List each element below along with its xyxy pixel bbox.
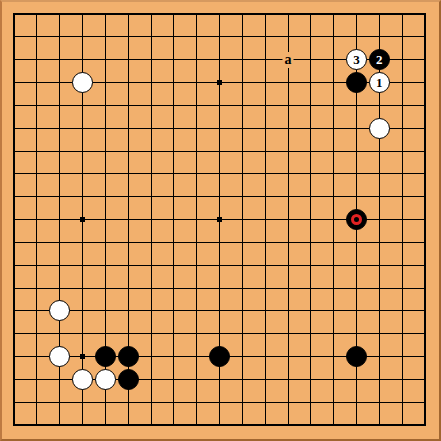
grid-hline — [13, 424, 426, 426]
move-number: 2 — [376, 53, 383, 66]
grid-vline — [310, 13, 311, 426]
white-stone[interactable]: 1 — [369, 72, 390, 93]
go-board[interactable]: 321 a — [0, 0, 441, 441]
black-stone[interactable] — [118, 369, 139, 390]
white-stone[interactable] — [369, 118, 390, 139]
black-stone[interactable] — [95, 346, 116, 367]
grid-hline — [13, 333, 426, 334]
white-stone[interactable] — [72, 72, 93, 93]
white-stone[interactable] — [49, 346, 70, 367]
star-point — [217, 217, 222, 222]
grid-hline — [13, 288, 426, 289]
black-stone[interactable] — [118, 346, 139, 367]
move-number: 1 — [376, 76, 383, 89]
move-number: 3 — [353, 53, 360, 66]
grid-hline — [13, 310, 426, 311]
grid-hline — [13, 265, 426, 266]
white-stone[interactable]: 3 — [346, 49, 367, 70]
star-point — [80, 217, 85, 222]
white-stone[interactable] — [95, 369, 116, 390]
grid-vline — [402, 13, 403, 426]
black-stone[interactable] — [209, 346, 230, 367]
circle-marker — [351, 214, 362, 225]
black-stone[interactable]: 2 — [369, 49, 390, 70]
point-label[interactable]: a — [283, 52, 294, 68]
grid-vline — [288, 13, 289, 426]
grid-hline — [13, 402, 426, 403]
grid-vline — [265, 13, 266, 426]
black-stone[interactable] — [346, 72, 367, 93]
grid-vline — [424, 13, 426, 426]
grid-hline — [13, 242, 426, 243]
white-stone[interactable] — [49, 300, 70, 321]
black-stone[interactable] — [346, 346, 367, 367]
star-point — [80, 354, 85, 359]
grid-vline — [333, 13, 334, 426]
white-stone[interactable] — [72, 369, 93, 390]
star-point — [217, 80, 222, 85]
grid-vline — [242, 13, 243, 426]
